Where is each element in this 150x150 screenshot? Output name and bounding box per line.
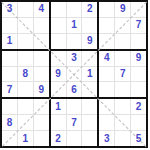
given-digit: 9 [120, 4, 126, 14]
cell-r3c4[interactable] [51, 34, 66, 49]
cell-r7c5[interactable] [67, 99, 82, 114]
given-digit: 5 [136, 134, 142, 144]
cell-r8c3[interactable] [34, 115, 49, 130]
cell-r5c9[interactable] [131, 67, 146, 82]
cell-r1c2[interactable] [18, 2, 33, 17]
cell-r3c9[interactable] [131, 34, 146, 49]
cell-r9c7[interactable]: 3 [99, 131, 114, 146]
cell-r9c5[interactable] [67, 131, 82, 146]
cell-r6c1[interactable]: 7 [2, 82, 17, 97]
given-digit: 6 [71, 85, 77, 95]
given-digit: 1 [71, 20, 77, 30]
cell-r5c4[interactable]: 9 [51, 67, 66, 82]
given-digit: 4 [104, 53, 110, 63]
cell-r1c3[interactable]: 4 [34, 2, 49, 17]
cell-r5c3[interactable] [34, 67, 49, 82]
cell-r5c6[interactable]: 1 [82, 67, 97, 82]
cell-r9c1[interactable] [2, 131, 17, 146]
cell-r2c5[interactable]: 1 [67, 18, 82, 33]
cell-r7c4[interactable]: 1 [51, 99, 66, 114]
box-1-2: 219 [51, 2, 98, 49]
given-digit: 1 [23, 134, 29, 144]
cell-r9c4[interactable]: 2 [51, 131, 66, 146]
box-2-1: 879 [2, 51, 49, 98]
cell-r8c4[interactable] [51, 115, 66, 130]
cell-r5c1[interactable] [2, 67, 17, 82]
cell-r6c3[interactable]: 9 [34, 82, 49, 97]
cell-r2c4[interactable] [51, 18, 66, 33]
given-digit: 9 [136, 53, 142, 63]
cell-r7c8[interactable] [115, 99, 130, 114]
cell-r7c6[interactable] [82, 99, 97, 114]
box-2-3: 497 [99, 51, 146, 98]
cell-r3c5[interactable] [67, 34, 82, 49]
given-digit: 3 [104, 134, 110, 144]
cell-r7c3[interactable] [34, 99, 49, 114]
cell-r8c6[interactable] [82, 115, 97, 130]
cell-r4c7[interactable]: 4 [99, 51, 114, 66]
cell-r3c1[interactable]: 1 [2, 34, 17, 49]
given-digit: 7 [71, 118, 77, 128]
cell-r7c2[interactable] [18, 99, 33, 114]
cell-r6c5[interactable]: 6 [67, 82, 82, 97]
given-digit: 7 [136, 20, 142, 30]
cell-r2c9[interactable]: 7 [131, 18, 146, 33]
given-digit: 9 [87, 36, 93, 46]
cell-r1c9[interactable] [131, 2, 146, 17]
cell-r2c3[interactable] [34, 18, 49, 33]
cell-r5c5[interactable] [67, 67, 82, 82]
box-3-2: 172 [51, 99, 98, 146]
cell-r6c4[interactable] [51, 82, 66, 97]
cell-r3c2[interactable] [18, 34, 33, 49]
cell-r1c1[interactable]: 3 [2, 2, 17, 17]
cell-r2c6[interactable] [82, 18, 97, 33]
cell-r2c7[interactable] [99, 18, 114, 33]
given-digit: 1 [7, 36, 13, 46]
given-digit: 1 [55, 102, 61, 112]
cell-r3c6[interactable]: 9 [82, 34, 97, 49]
given-digit: 2 [136, 102, 142, 112]
cell-r9c6[interactable] [82, 131, 97, 146]
cell-r8c5[interactable]: 7 [67, 115, 82, 130]
cell-r3c7[interactable] [99, 34, 114, 49]
given-digit: 7 [120, 69, 126, 79]
sudoku-board: 34121997879391649781172235 [0, 0, 148, 148]
given-digit: 7 [7, 85, 13, 95]
cell-r8c7[interactable] [99, 115, 114, 130]
cell-r6c2[interactable] [18, 82, 33, 97]
cell-r4c8[interactable] [115, 51, 130, 66]
box-1-3: 97 [99, 2, 146, 49]
given-digit: 4 [38, 4, 44, 14]
cell-r5c8[interactable]: 7 [115, 67, 130, 82]
cell-r1c8[interactable]: 9 [115, 2, 130, 17]
cell-r4c5[interactable]: 3 [67, 51, 82, 66]
cell-r2c8[interactable] [115, 18, 130, 33]
cell-r1c7[interactable] [99, 2, 114, 17]
cell-r8c8[interactable] [115, 115, 130, 130]
cell-r9c3[interactable] [34, 131, 49, 146]
given-digit: 1 [87, 69, 93, 79]
cell-r3c8[interactable] [115, 34, 130, 49]
cell-r4c3[interactable] [34, 51, 49, 66]
cell-r7c9[interactable]: 2 [131, 99, 146, 114]
cell-r6c7[interactable] [99, 82, 114, 97]
cell-r6c6[interactable] [82, 82, 97, 97]
box-2-2: 3916 [51, 51, 98, 98]
cell-r8c9[interactable] [131, 115, 146, 130]
cell-r8c1[interactable]: 8 [2, 115, 17, 130]
given-digit: 3 [71, 53, 77, 63]
cell-r9c8[interactable] [115, 131, 130, 146]
cell-r5c7[interactable] [99, 67, 114, 82]
cell-r4c9[interactable]: 9 [131, 51, 146, 66]
cell-r7c1[interactable] [2, 99, 17, 114]
given-digit: 9 [38, 85, 44, 95]
cell-r7c7[interactable] [99, 99, 114, 114]
cell-r1c5[interactable] [67, 2, 82, 17]
cell-r9c2[interactable]: 1 [18, 131, 33, 146]
given-digit: 2 [55, 134, 61, 144]
cell-r2c1[interactable] [2, 18, 17, 33]
cell-r5c2[interactable]: 8 [18, 67, 33, 82]
box-3-3: 235 [99, 99, 146, 146]
cell-r4c1[interactable] [2, 51, 17, 66]
given-digit: 8 [23, 69, 29, 79]
cell-r1c6[interactable]: 2 [82, 2, 97, 17]
cell-r4c6[interactable] [82, 51, 97, 66]
given-digit: 8 [7, 118, 13, 128]
given-digit: 9 [55, 69, 61, 79]
cell-r8c2[interactable] [18, 115, 33, 130]
cell-r6c9[interactable] [131, 82, 146, 97]
cell-r4c4[interactable] [51, 51, 66, 66]
cell-r3c3[interactable] [34, 34, 49, 49]
cell-r1c4[interactable] [51, 2, 66, 17]
box-1-1: 341 [2, 2, 49, 49]
given-digit: 3 [7, 4, 13, 14]
cell-r9c9[interactable]: 5 [131, 131, 146, 146]
cell-r2c2[interactable] [18, 18, 33, 33]
cell-r6c8[interactable] [115, 82, 130, 97]
given-digit: 2 [87, 4, 93, 14]
cell-r4c2[interactable] [18, 51, 33, 66]
box-3-1: 81 [2, 99, 49, 146]
